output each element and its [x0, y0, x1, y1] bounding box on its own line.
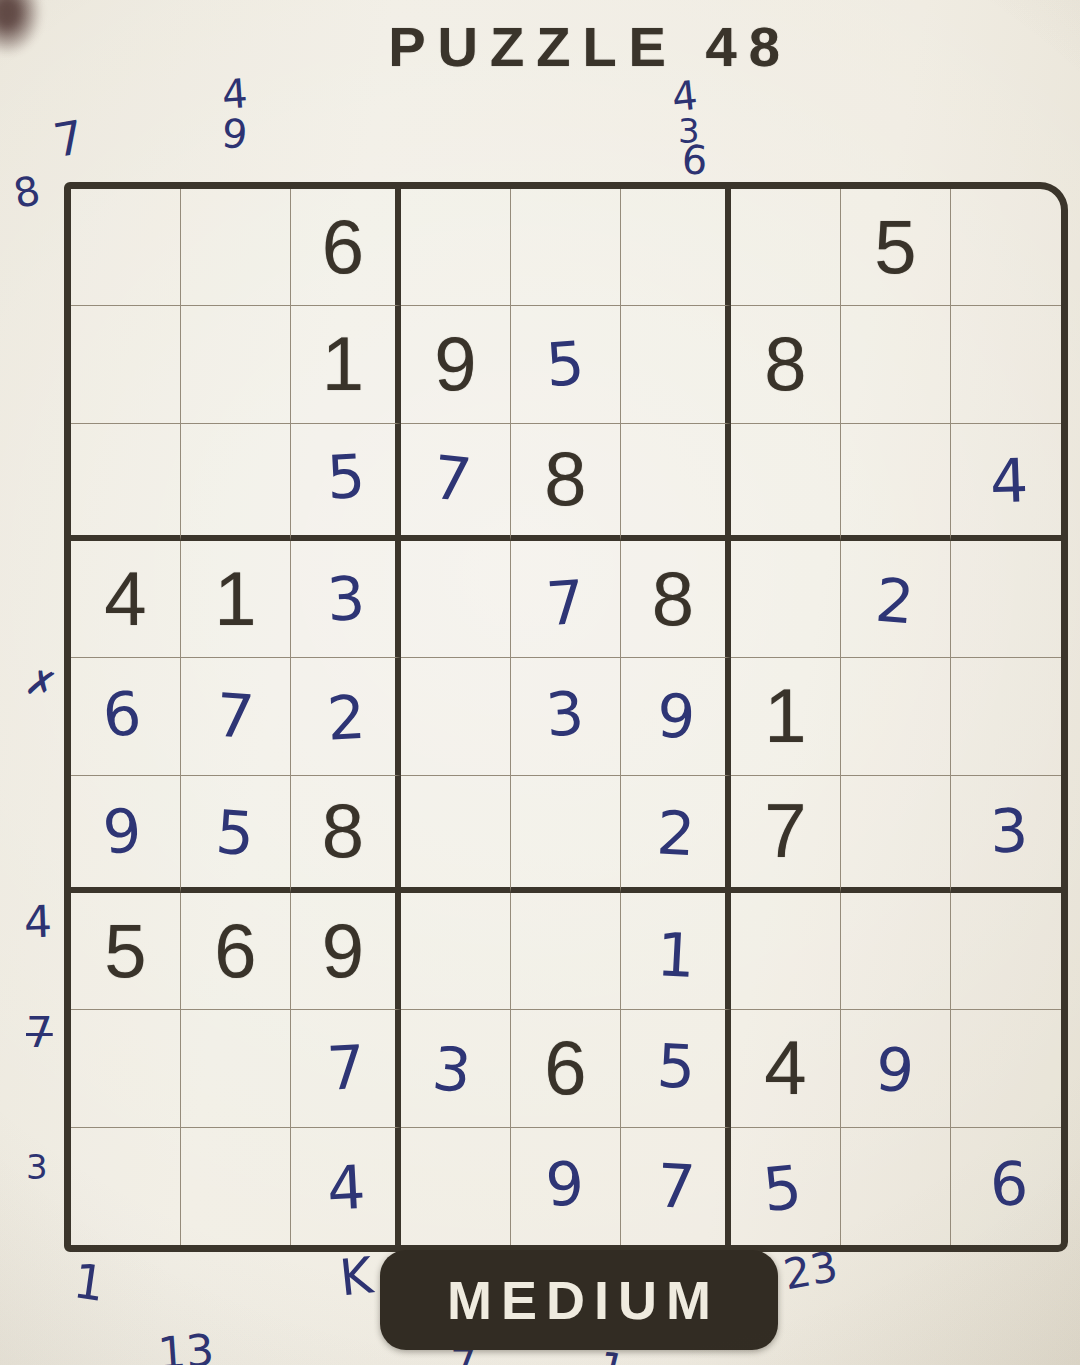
sudoku-cell[interactable] — [71, 189, 181, 306]
pen-digit: 2 — [874, 570, 917, 633]
sudoku-cell[interactable] — [401, 189, 511, 306]
photo-corner-shadow — [0, 0, 42, 55]
sudoku-cell[interactable]: 5 — [511, 306, 621, 423]
sudoku-cell[interactable]: 4 — [71, 541, 181, 658]
sudoku-cell[interactable]: 5 — [71, 893, 181, 1010]
sudoku-cell[interactable]: 9 — [621, 658, 731, 775]
sudoku-cell[interactable]: 3 — [401, 1010, 511, 1127]
pen-annotation: 4 — [23, 900, 53, 945]
sudoku-cell[interactable] — [511, 189, 621, 306]
sudoku-cell[interactable] — [731, 424, 841, 541]
sudoku-cell[interactable] — [401, 658, 511, 775]
sudoku-cell[interactable]: 7 — [731, 776, 841, 893]
sudoku-cell[interactable] — [401, 776, 511, 893]
given-digit: 1 — [214, 561, 256, 637]
sudoku-cell[interactable]: 1 — [181, 541, 291, 658]
sudoku-cell[interactable]: 1 — [621, 893, 731, 1010]
sudoku-cell[interactable]: 7 — [621, 1128, 731, 1245]
sudoku-cell[interactable]: 9 — [71, 776, 181, 893]
given-digit: 8 — [764, 326, 806, 402]
sudoku-cell[interactable] — [621, 306, 731, 423]
sudoku-cell[interactable]: 5 — [291, 424, 401, 541]
sudoku-cell[interactable] — [841, 893, 951, 1010]
pen-annotation: 6 — [681, 139, 709, 181]
sudoku-cell[interactable]: 5 — [621, 1010, 731, 1127]
given-digit: 7 — [764, 793, 806, 869]
sudoku-cell[interactable] — [951, 658, 1061, 775]
given-digit: 8 — [652, 561, 694, 637]
sudoku-cell[interactable]: 8 — [291, 776, 401, 893]
sudoku-cell[interactable]: 4 — [291, 1128, 401, 1245]
pen-digit: 5 — [214, 802, 256, 865]
pen-digit: 1 — [655, 924, 696, 986]
sudoku-cell[interactable]: 5 — [731, 1128, 841, 1245]
sudoku-cell[interactable] — [511, 776, 621, 893]
pen-annotation: 9 — [220, 113, 249, 155]
sudoku-cell[interactable] — [71, 1128, 181, 1245]
sudoku-cell[interactable]: 3 — [951, 776, 1061, 893]
sudoku-cell[interactable]: 8 — [511, 424, 621, 541]
pen-digit: 3 — [430, 1038, 474, 1102]
pen-digit: 5 — [655, 1036, 696, 1098]
sudoku-cell[interactable] — [401, 541, 511, 658]
sudoku-cell[interactable]: 9 — [841, 1010, 951, 1127]
sudoku-cell[interactable] — [181, 189, 291, 306]
pen-digit: 6 — [989, 1154, 1029, 1215]
sudoku-cell[interactable]: 9 — [401, 306, 511, 423]
pen-digit: 3 — [325, 568, 366, 630]
pen-digit: 3 — [544, 683, 586, 746]
sudoku-cell[interactable] — [401, 893, 511, 1010]
sudoku-cell[interactable]: 6 — [951, 1128, 1061, 1245]
sudoku-cell[interactable]: 7 — [291, 1010, 401, 1127]
sudoku-cell[interactable]: 1 — [291, 306, 401, 423]
sudoku-cell[interactable] — [181, 1128, 291, 1245]
sudoku-cell[interactable] — [181, 424, 291, 541]
pen-digit: 9 — [101, 800, 144, 863]
sudoku-cell[interactable] — [951, 893, 1061, 1010]
given-digit: 4 — [764, 1030, 806, 1106]
pen-annotation: 7 — [50, 114, 87, 164]
sudoku-cell[interactable] — [71, 306, 181, 423]
sudoku-cell[interactable]: 3 — [511, 658, 621, 775]
pen-digit: 3 — [989, 801, 1029, 862]
sudoku-cell[interactable]: 2 — [841, 541, 951, 658]
pen-digit: 4 — [989, 451, 1029, 512]
sudoku-cell[interactable]: 6 — [291, 189, 401, 306]
given-digit: 9 — [434, 326, 476, 402]
given-digit: 6 — [322, 209, 364, 285]
sudoku-cell[interactable] — [841, 306, 951, 423]
sudoku-cell[interactable] — [181, 1010, 291, 1127]
sudoku-cell[interactable]: 4 — [731, 1010, 841, 1127]
given-digit: 4 — [104, 561, 146, 637]
pen-digit: 2 — [655, 803, 696, 865]
sudoku-cell[interactable] — [621, 189, 731, 306]
sudoku-cell[interactable]: 2 — [621, 776, 731, 893]
given-digit: 5 — [874, 209, 916, 285]
sudoku-cell[interactable] — [841, 1128, 951, 1245]
pen-digit: 6 — [101, 683, 144, 746]
sudoku-cell[interactable]: 6 — [511, 1010, 621, 1127]
sudoku-cell[interactable]: 5 — [181, 776, 291, 893]
sudoku-cell[interactable] — [731, 893, 841, 1010]
given-digit: 8 — [322, 793, 364, 869]
pen-digit: 7 — [325, 1037, 366, 1099]
sudoku-cell[interactable]: 7 — [181, 658, 291, 775]
pen-annotation: ✗ — [22, 663, 60, 705]
given-digit: 6 — [214, 913, 256, 989]
sudoku-board: 6519585784413782672391958273569173654949… — [64, 182, 1068, 1252]
sudoku-cell[interactable]: 1 — [731, 658, 841, 775]
pen-digit: 7 — [545, 572, 587, 635]
pen-digit: 5 — [325, 446, 366, 508]
sudoku-cell[interactable]: 7 — [401, 424, 511, 541]
sudoku-cell[interactable] — [71, 1010, 181, 1127]
pen-digit: 9 — [874, 1039, 917, 1102]
pen-digit: 2 — [325, 687, 366, 749]
sudoku-cell[interactable]: 3 — [291, 541, 401, 658]
sudoku-cell[interactable]: 4 — [951, 424, 1061, 541]
given-digit: 1 — [322, 326, 364, 402]
sudoku-cell[interactable] — [401, 1128, 511, 1245]
sudoku-cell[interactable] — [951, 189, 1061, 306]
given-digit: 5 — [104, 913, 146, 989]
puzzle-title: PUZZLE 48 — [100, 14, 1080, 79]
pen-annotation: 23 — [781, 1246, 841, 1297]
sudoku-cell[interactable] — [511, 893, 621, 1010]
sudoku-cell[interactable]: 9 — [511, 1128, 621, 1245]
pen-digit: 7 — [655, 1156, 696, 1218]
pen-digit: 9 — [655, 686, 696, 748]
sudoku-cell[interactable] — [181, 306, 291, 423]
pen-digit: 4 — [325, 1157, 366, 1219]
pen-annotation: 13 — [157, 1328, 216, 1365]
pen-annotation: 7 — [26, 1012, 53, 1054]
sudoku-cell[interactable]: 8 — [731, 306, 841, 423]
sudoku-cell[interactable] — [71, 424, 181, 541]
pen-annotation: 1 — [71, 1256, 108, 1308]
sudoku-cell[interactable]: 8 — [621, 541, 731, 658]
pen-annotation: 3 — [26, 1150, 48, 1184]
sudoku-cell[interactable] — [731, 189, 841, 306]
given-digit: 9 — [322, 913, 364, 989]
difficulty-badge: MEDIUM — [380, 1250, 778, 1350]
sudoku-cell[interactable]: 7 — [511, 541, 621, 658]
sudoku-cell[interactable]: 6 — [181, 893, 291, 1010]
given-digit: 1 — [764, 678, 806, 754]
sudoku-cell[interactable] — [951, 1010, 1061, 1127]
sudoku-cell[interactable]: 2 — [291, 658, 401, 775]
sudoku-cell[interactable] — [841, 658, 951, 775]
pen-annotation: K — [337, 1250, 375, 1303]
given-digit: 6 — [544, 1030, 586, 1106]
sudoku-cell[interactable] — [731, 541, 841, 658]
sudoku-cell[interactable] — [841, 424, 951, 541]
difficulty-label: MEDIUM — [438, 1269, 720, 1331]
pen-annotation: 4 — [221, 73, 249, 115]
pen-digit: 5 — [544, 333, 586, 396]
sudoku-cell[interactable]: 9 — [291, 893, 401, 1010]
pen-digit: 7 — [430, 447, 474, 511]
pen-digit: 9 — [544, 1153, 586, 1216]
sudoku-cell[interactable] — [621, 424, 731, 541]
pen-digit: 7 — [214, 685, 256, 748]
given-digit: 8 — [544, 441, 586, 517]
sudoku-cell[interactable]: 6 — [71, 658, 181, 775]
pen-annotation: 8 — [10, 170, 43, 214]
sudoku-cell[interactable] — [951, 541, 1061, 658]
sudoku-cell[interactable] — [841, 776, 951, 893]
sudoku-cell[interactable]: 5 — [841, 189, 951, 306]
pen-digit: 5 — [761, 1157, 805, 1221]
sudoku-cell[interactable] — [951, 306, 1061, 423]
